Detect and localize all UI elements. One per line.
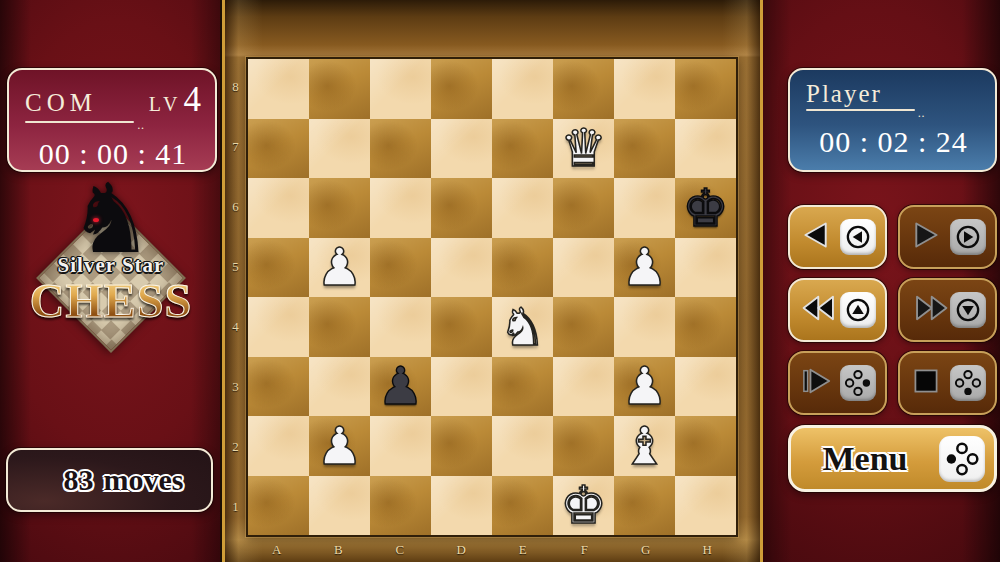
square-h8[interactable] <box>675 59 736 119</box>
com-level-label: LV <box>149 93 182 116</box>
square-h6[interactable]: ♚ <box>675 178 736 238</box>
rank-label-3: 3 <box>225 357 246 417</box>
square-g1[interactable] <box>614 476 675 536</box>
square-b1[interactable] <box>309 476 370 536</box>
square-h2[interactable] <box>675 416 736 476</box>
com-name: COM <box>25 89 97 117</box>
square-d2[interactable] <box>431 416 492 476</box>
square-a2[interactable] <box>248 416 309 476</box>
file-label-b: B <box>308 537 370 562</box>
square-d5[interactable] <box>431 238 492 298</box>
square-b7[interactable] <box>309 119 370 179</box>
step-back-button[interactable] <box>788 205 887 269</box>
square-e8[interactable] <box>492 59 553 119</box>
square-g5[interactable]: ♟ <box>614 238 675 298</box>
square-f5[interactable] <box>553 238 614 298</box>
square-c7[interactable] <box>370 119 431 179</box>
square-f2[interactable] <box>553 416 614 476</box>
square-c5[interactable] <box>370 238 431 298</box>
face-button-left-icon <box>939 436 985 482</box>
file-label-d: D <box>431 537 493 562</box>
square-g8[interactable] <box>614 59 675 119</box>
square-e1[interactable] <box>492 476 553 536</box>
square-g2[interactable]: ♝ <box>614 416 675 476</box>
square-c8[interactable] <box>370 59 431 119</box>
silver-star-chess-app: COM LV 4 ‥ 00 : 00 : 41 ♞ Silver Star CH… <box>0 0 1000 562</box>
stop-button[interactable] <box>898 351 997 415</box>
square-d8[interactable] <box>431 59 492 119</box>
black-pawn-c3[interactable]: ♟ <box>377 357 424 415</box>
rank-label-5: 5 <box>225 237 246 297</box>
square-b4[interactable] <box>309 297 370 357</box>
square-a8[interactable] <box>248 59 309 119</box>
file-labels: ABCDEFGH <box>246 537 738 562</box>
player-clock-panel: Player ‥ 00 : 02 : 24 <box>788 68 997 172</box>
square-h5[interactable] <box>675 238 736 298</box>
move-count: 83 <box>64 463 94 496</box>
rank-label-2: 2 <box>225 417 246 477</box>
square-f6[interactable] <box>553 178 614 238</box>
step-forward-button[interactable] <box>898 205 997 269</box>
rank-label-6: 6 <box>225 177 246 237</box>
white-pawn-g3[interactable]: ♟ <box>621 357 668 415</box>
chess-board-frame: 87654321 ♛♚♟♟♞♟♟♟♝♚ ABCDEFGH <box>222 0 763 562</box>
square-a3[interactable] <box>248 357 309 417</box>
white-bishop-g2[interactable]: ♝ <box>621 417 668 475</box>
square-b5[interactable]: ♟ <box>309 238 370 298</box>
rank-label-7: 7 <box>225 117 246 177</box>
white-pawn-b2[interactable]: ♟ <box>316 417 363 475</box>
file-label-a: A <box>246 537 308 562</box>
square-d7[interactable] <box>431 119 492 179</box>
dpad-right-icon <box>950 219 986 255</box>
white-queen-f7[interactable]: ♛ <box>560 119 607 177</box>
square-c4[interactable] <box>370 297 431 357</box>
white-pawn-b5[interactable]: ♟ <box>316 238 363 296</box>
move-counter-box: 83moves <box>6 448 213 512</box>
face-button-bottom-icon <box>950 365 986 401</box>
white-king-f1[interactable]: ♚ <box>560 476 607 534</box>
face-button-right-icon <box>840 365 876 401</box>
square-d3[interactable] <box>431 357 492 417</box>
file-label-h: H <box>677 537 739 562</box>
square-b2[interactable]: ♟ <box>309 416 370 476</box>
square-g4[interactable] <box>614 297 675 357</box>
com-clock-panel: COM LV 4 ‥ 00 : 00 : 41 <box>7 68 217 172</box>
square-c6[interactable] <box>370 178 431 238</box>
square-a1[interactable] <box>248 476 309 536</box>
stop-icon <box>911 366 941 400</box>
square-e3[interactable] <box>492 357 553 417</box>
square-c3[interactable]: ♟ <box>370 357 431 417</box>
square-h4[interactable] <box>675 297 736 357</box>
rank-label-1: 1 <box>225 477 246 537</box>
double-arrow-right-icon <box>911 293 949 327</box>
square-f1[interactable]: ♚ <box>553 476 614 536</box>
rank-labels: 87654321 <box>225 57 246 537</box>
square-a7[interactable] <box>248 119 309 179</box>
rank-label-4: 4 <box>225 297 246 357</box>
arrow-left-icon <box>801 220 831 254</box>
square-h1[interactable] <box>675 476 736 536</box>
rewind-button[interactable] <box>788 278 887 342</box>
double-arrow-left-icon <box>801 293 839 327</box>
com-underline: ‥ <box>25 121 201 129</box>
square-c2[interactable] <box>370 416 431 476</box>
square-b8[interactable] <box>309 59 370 119</box>
white-pawn-g5[interactable]: ♟ <box>621 238 668 296</box>
menu-button[interactable]: Menu <box>788 425 997 492</box>
square-g7[interactable] <box>614 119 675 179</box>
square-d6[interactable] <box>431 178 492 238</box>
file-label-g: G <box>615 537 677 562</box>
play-icon <box>801 366 833 400</box>
replay-controls <box>788 205 997 415</box>
square-e4[interactable]: ♞ <box>492 297 553 357</box>
square-d1[interactable] <box>431 476 492 536</box>
square-c1[interactable] <box>370 476 431 536</box>
square-f3[interactable] <box>553 357 614 417</box>
arrow-right-icon <box>911 220 941 254</box>
square-h3[interactable] <box>675 357 736 417</box>
square-f8[interactable] <box>553 59 614 119</box>
right-panel: Player ‥ 00 : 02 : 24 <box>763 0 1000 562</box>
game-logo: ♞ Silver Star CHESS <box>0 195 222 360</box>
chess-board[interactable]: ♛♚♟♟♞♟♟♟♝♚ <box>246 57 738 537</box>
square-g6[interactable] <box>614 178 675 238</box>
play-button[interactable] <box>788 351 887 415</box>
player-name: Player <box>806 80 882 108</box>
logo-title-line2: CHESS <box>0 273 222 328</box>
file-label-e: E <box>492 537 554 562</box>
square-b6[interactable] <box>309 178 370 238</box>
square-e5[interactable] <box>492 238 553 298</box>
square-h7[interactable] <box>675 119 736 179</box>
black-king-h6[interactable]: ♚ <box>682 179 729 237</box>
white-knight-e4[interactable]: ♞ <box>499 298 546 356</box>
square-a6[interactable] <box>248 178 309 238</box>
square-e7[interactable] <box>492 119 553 179</box>
square-e2[interactable] <box>492 416 553 476</box>
square-d4[interactable] <box>431 297 492 357</box>
rank-label-8: 8 <box>225 57 246 117</box>
square-b3[interactable] <box>309 357 370 417</box>
square-a5[interactable] <box>248 238 309 298</box>
square-g3[interactable]: ♟ <box>614 357 675 417</box>
dpad-down-icon <box>950 292 986 328</box>
knight-eye-dot <box>93 218 99 222</box>
left-panel: COM LV 4 ‥ 00 : 00 : 41 ♞ Silver Star CH… <box>0 0 222 562</box>
menu-button-label: Menu <box>791 440 939 478</box>
fast-forward-button[interactable] <box>898 278 997 342</box>
file-label-f: F <box>554 537 616 562</box>
dpad-left-icon <box>840 219 876 255</box>
file-label-c: C <box>369 537 431 562</box>
com-level-value: 4 <box>184 80 202 120</box>
player-timer: 00 : 02 : 24 <box>806 125 981 159</box>
square-f7[interactable]: ♛ <box>553 119 614 179</box>
dpad-up-icon <box>840 292 876 328</box>
square-e6[interactable] <box>492 178 553 238</box>
square-f4[interactable] <box>553 297 614 357</box>
square-a4[interactable] <box>248 297 309 357</box>
move-count-label: moves <box>104 463 184 496</box>
player-underline: ‥ <box>806 109 981 117</box>
